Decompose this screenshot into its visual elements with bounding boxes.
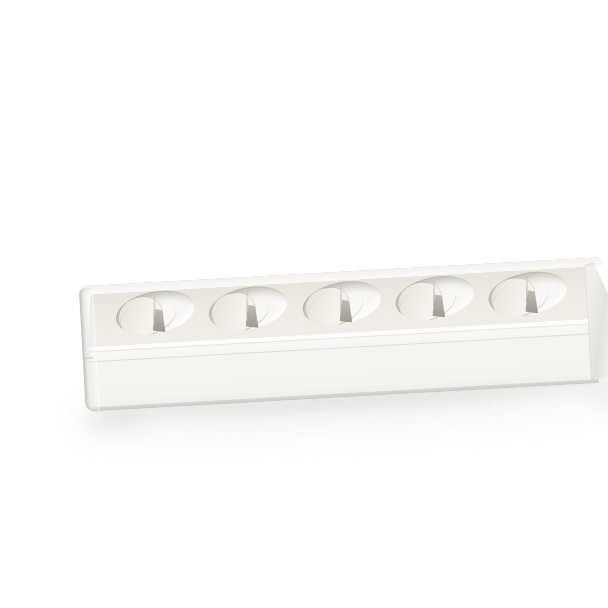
product-photo-stage [40,16,608,608]
cavity-cut-line [207,286,274,337]
egg-cavity [299,275,386,332]
cavity-cut-line [487,272,554,323]
egg-cavity [485,265,572,322]
egg-cavity [392,270,479,327]
egg-cavity [112,284,199,341]
cavity-cut-line [301,281,368,332]
cavity-cut-line [394,276,461,327]
egg-box [79,256,608,415]
egg-cavity [205,280,292,337]
cavity-cut-line [114,291,181,342]
